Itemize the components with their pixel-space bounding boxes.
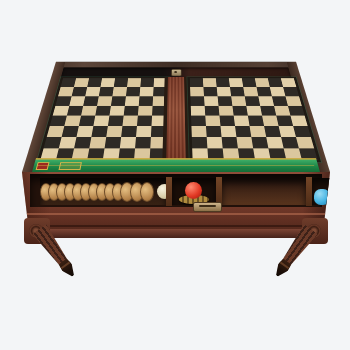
board-cell: [112, 87, 127, 96]
board-cell: [203, 87, 217, 96]
board-cell: [124, 106, 139, 116]
red-label: [36, 162, 50, 170]
draughts-piece: [140, 182, 154, 202]
board-cell: [207, 137, 223, 148]
red-ball: [185, 182, 202, 199]
board-cell: [121, 126, 137, 137]
board-cell: [140, 87, 154, 96]
board-cell: [192, 137, 208, 148]
board-cell: [191, 126, 206, 137]
board-cell: [293, 126, 311, 137]
gold-label: [58, 162, 81, 170]
rear-storage-slot: [61, 67, 291, 77]
board-cell: [216, 78, 230, 87]
board-cell: [205, 116, 220, 126]
board-cell: [108, 116, 124, 126]
games-table-photo: [0, 0, 350, 350]
board-cell: [135, 137, 151, 148]
compartment-empty: [222, 178, 306, 205]
board-cell: [203, 78, 217, 87]
apron-bottom-lip: [24, 229, 328, 238]
board-cell: [205, 106, 220, 116]
board-cell: [220, 126, 236, 137]
compartment-checkers: [40, 178, 166, 205]
board-cell: [296, 137, 314, 148]
board-cell: [288, 106, 305, 116]
board-cell: [290, 116, 307, 126]
apron-molding-shadow: [28, 225, 324, 227]
board-cell: [105, 137, 122, 148]
brass-drawer-pull: [193, 202, 222, 212]
board-cell: [219, 116, 235, 126]
board-cell: [190, 96, 204, 105]
left-chessboard: [37, 77, 170, 162]
compartment-red-ball: [172, 178, 216, 205]
table-top-surface: [22, 62, 330, 172]
board-cell: [281, 78, 297, 87]
board-cell: [106, 126, 122, 137]
board-cell: [126, 87, 140, 96]
blue-chalk: [314, 189, 330, 205]
apron-molding-highlight: [26, 213, 326, 215]
board-cell: [191, 116, 206, 126]
board-cell: [114, 78, 128, 87]
board-cell: [217, 87, 231, 96]
board-cell: [127, 78, 141, 87]
brass-clasp: [171, 69, 182, 76]
board-cell: [138, 106, 153, 116]
board-cell: [218, 96, 233, 105]
centre-divider-strip: [162, 77, 189, 158]
board-cell: [140, 78, 154, 87]
board-cell: [122, 116, 137, 126]
board-cell: [283, 87, 299, 96]
open-drawer-recess: [30, 174, 322, 207]
board-cell: [125, 96, 140, 105]
board-cell: [190, 78, 204, 87]
board-cell: [109, 106, 124, 116]
board-cell: [137, 116, 152, 126]
board-cell: [204, 96, 219, 105]
board-cell: [285, 96, 301, 105]
board-cell: [222, 137, 238, 148]
board-cell: [206, 126, 222, 137]
board-cell: [191, 106, 206, 116]
board-cell: [218, 106, 233, 116]
board-cell: [120, 137, 136, 148]
board-cell: [136, 126, 151, 137]
board-cell: [190, 87, 204, 96]
front-apron: [22, 172, 330, 238]
green-baize-edge: [32, 158, 320, 172]
board-cell: [111, 96, 126, 105]
board-cell: [139, 96, 153, 105]
